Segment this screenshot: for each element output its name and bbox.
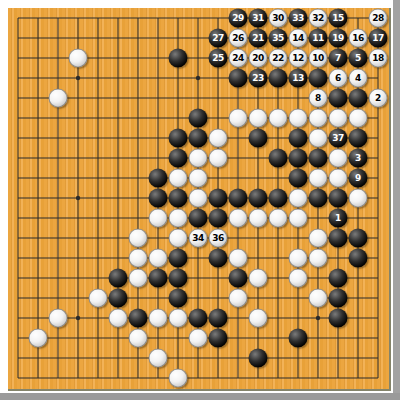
white-stone[interactable]: [309, 229, 328, 248]
black-stone[interactable]: [349, 129, 368, 148]
black-stone-move-27[interactable]: 27: [209, 29, 228, 48]
white-stone-move-34[interactable]: 34: [189, 229, 208, 248]
white-stone[interactable]: [189, 189, 208, 208]
white-stone[interactable]: [129, 229, 148, 248]
white-stone[interactable]: [129, 329, 148, 348]
white-stone-move-22[interactable]: 22: [269, 49, 288, 68]
star-point: [196, 76, 200, 80]
white-stone[interactable]: [249, 109, 268, 128]
frame-shadow-bottom: [0, 393, 400, 400]
black-stone[interactable]: [249, 129, 268, 148]
white-stone[interactable]: [109, 309, 128, 328]
white-stone[interactable]: [249, 309, 268, 328]
black-stone[interactable]: [209, 249, 228, 268]
white-stone-move-4[interactable]: 4: [349, 69, 368, 88]
black-stone-move-33[interactable]: 33: [289, 9, 308, 28]
white-stone[interactable]: [309, 289, 328, 308]
white-stone[interactable]: [269, 209, 288, 228]
white-stone-move-16[interactable]: 16: [349, 29, 368, 48]
white-stone[interactable]: [229, 249, 248, 268]
white-stone[interactable]: [29, 329, 48, 348]
black-stone[interactable]: [209, 189, 228, 208]
white-stone[interactable]: [69, 49, 88, 68]
star-point: [76, 76, 80, 80]
black-stone-move-13[interactable]: 13: [289, 69, 308, 88]
white-stone[interactable]: [169, 309, 188, 328]
black-stone[interactable]: [209, 329, 228, 348]
black-stone[interactable]: [309, 189, 328, 208]
white-stone-move-24[interactable]: 24: [229, 49, 248, 68]
white-stone[interactable]: [149, 309, 168, 328]
white-stone[interactable]: [329, 109, 348, 128]
white-stone[interactable]: [209, 149, 228, 168]
white-stone[interactable]: [229, 109, 248, 128]
black-stone-move-1[interactable]: 1: [329, 209, 348, 228]
black-stone[interactable]: [189, 209, 208, 228]
white-stone[interactable]: [249, 269, 268, 288]
white-stone[interactable]: [209, 129, 228, 148]
black-stone[interactable]: [189, 309, 208, 328]
black-stone[interactable]: [189, 109, 208, 128]
black-stone[interactable]: [209, 309, 228, 328]
white-stone[interactable]: [309, 169, 328, 188]
black-stone-move-37[interactable]: 37: [329, 129, 348, 148]
black-stone-move-3[interactable]: 3: [349, 149, 368, 168]
black-stone[interactable]: [329, 269, 348, 288]
black-stone[interactable]: [169, 129, 188, 148]
black-stone[interactable]: [329, 189, 348, 208]
black-stone[interactable]: [329, 89, 348, 108]
white-stone[interactable]: [169, 369, 188, 388]
black-stone[interactable]: [289, 329, 308, 348]
white-stone-move-30[interactable]: 30: [269, 9, 288, 28]
black-stone[interactable]: [109, 289, 128, 308]
goban[interactable]: 2931303332152827262135141119161725242022…: [8, 8, 391, 391]
black-stone[interactable]: [229, 189, 248, 208]
white-stone-move-6[interactable]: 6: [329, 69, 348, 88]
white-stone[interactable]: [149, 349, 168, 368]
black-stone-move-17[interactable]: 17: [369, 29, 388, 48]
white-stone[interactable]: [149, 209, 168, 228]
black-stone[interactable]: [309, 69, 328, 88]
black-stone[interactable]: [169, 189, 188, 208]
white-stone[interactable]: [229, 289, 248, 308]
black-stone[interactable]: [289, 129, 308, 148]
black-stone[interactable]: [169, 269, 188, 288]
black-stone[interactable]: [169, 149, 188, 168]
white-stone[interactable]: [129, 269, 148, 288]
white-stone[interactable]: [329, 149, 348, 168]
black-stone-move-29[interactable]: 29: [229, 9, 248, 28]
black-stone-move-9[interactable]: 9: [349, 169, 368, 188]
white-stone-move-36[interactable]: 36: [209, 229, 228, 248]
black-stone-move-5[interactable]: 5: [349, 49, 368, 68]
black-stone-move-11[interactable]: 11: [309, 29, 328, 48]
black-stone[interactable]: [249, 189, 268, 208]
black-stone-move-25[interactable]: 25: [209, 49, 228, 68]
white-stone[interactable]: [329, 169, 348, 188]
white-stone-move-12[interactable]: 12: [289, 49, 308, 68]
black-stone[interactable]: [189, 129, 208, 148]
white-stone[interactable]: [289, 269, 308, 288]
black-stone-move-35[interactable]: 35: [269, 29, 288, 48]
black-stone[interactable]: [169, 289, 188, 308]
white-stone[interactable]: [289, 209, 308, 228]
white-stone[interactable]: [169, 169, 188, 188]
white-stone[interactable]: [309, 129, 328, 148]
white-stone[interactable]: [289, 109, 308, 128]
white-stone[interactable]: [129, 249, 148, 268]
black-stone[interactable]: [109, 269, 128, 288]
star-point: [76, 316, 80, 320]
white-stone[interactable]: [289, 249, 308, 268]
black-stone[interactable]: [209, 209, 228, 228]
white-stone-move-8[interactable]: 8: [309, 89, 328, 108]
black-stone[interactable]: [309, 149, 328, 168]
black-stone[interactable]: [329, 309, 348, 328]
white-stone-move-28[interactable]: 28: [369, 9, 388, 28]
black-stone-move-19[interactable]: 19: [329, 29, 348, 48]
black-stone[interactable]: [149, 189, 168, 208]
white-stone[interactable]: [49, 89, 68, 108]
star-point: [316, 316, 320, 320]
star-point: [76, 196, 80, 200]
white-stone-move-10[interactable]: 10: [309, 49, 328, 68]
black-stone[interactable]: [329, 229, 348, 248]
white-stone-move-26[interactable]: 26: [229, 29, 248, 48]
white-stone[interactable]: [49, 309, 68, 328]
black-stone[interactable]: [129, 309, 148, 328]
black-stone[interactable]: [149, 169, 168, 188]
black-stone[interactable]: [269, 69, 288, 88]
black-stone[interactable]: [169, 249, 188, 268]
white-stone[interactable]: [309, 249, 328, 268]
white-stone-move-32[interactable]: 32: [309, 9, 328, 28]
white-stone[interactable]: [189, 169, 208, 188]
white-stone[interactable]: [349, 109, 368, 128]
white-stone[interactable]: [189, 329, 208, 348]
black-stone-move-21[interactable]: 21: [249, 29, 268, 48]
white-stone-move-20[interactable]: 20: [249, 49, 268, 68]
black-stone[interactable]: [289, 169, 308, 188]
black-stone[interactable]: [349, 229, 368, 248]
black-stone[interactable]: [289, 149, 308, 168]
white-stone[interactable]: [249, 209, 268, 228]
black-stone[interactable]: [329, 289, 348, 308]
white-stone[interactable]: [269, 109, 288, 128]
white-stone[interactable]: [89, 289, 108, 308]
frame-shadow-right: [393, 0, 400, 400]
white-stone-move-14[interactable]: 14: [289, 29, 308, 48]
black-stone[interactable]: [229, 269, 248, 288]
black-stone-move-7[interactable]: 7: [329, 49, 348, 68]
black-stone[interactable]: [349, 249, 368, 268]
black-stone[interactable]: [249, 349, 268, 368]
white-stone[interactable]: [229, 209, 248, 228]
white-stone[interactable]: [149, 249, 168, 268]
white-stone[interactable]: [169, 229, 188, 248]
go-board-frame: 2931303332152827262135141119161725242022…: [0, 0, 400, 400]
black-stone-move-31[interactable]: 31: [249, 9, 268, 28]
black-stone[interactable]: [149, 269, 168, 288]
white-stone-move-2[interactable]: 2: [369, 89, 388, 108]
white-stone[interactable]: [169, 209, 188, 228]
black-stone[interactable]: [269, 149, 288, 168]
black-stone-move-23[interactable]: 23: [249, 69, 268, 88]
white-stone-move-18[interactable]: 18: [369, 49, 388, 68]
white-stone[interactable]: [189, 149, 208, 168]
white-stone[interactable]: [309, 109, 328, 128]
black-stone[interactable]: [269, 189, 288, 208]
black-stone[interactable]: [169, 49, 188, 68]
black-stone[interactable]: [229, 69, 248, 88]
white-stone[interactable]: [289, 189, 308, 208]
black-stone-move-15[interactable]: 15: [329, 9, 348, 28]
white-stone[interactable]: [349, 189, 368, 208]
black-stone[interactable]: [349, 89, 368, 108]
